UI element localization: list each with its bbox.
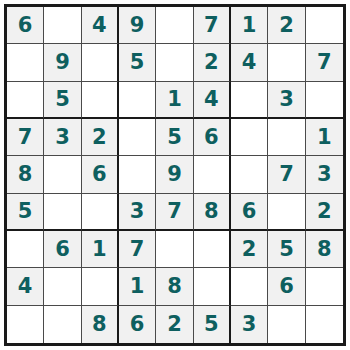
cell-r9c9[interactable] [306, 306, 343, 343]
cell-r3c5: 1 [156, 82, 193, 119]
cell-r8c9[interactable] [306, 268, 343, 305]
cell-r4c4[interactable] [119, 119, 156, 156]
cell-r3c4[interactable] [119, 82, 156, 119]
cell-r9c7: 3 [231, 306, 268, 343]
cell-r8c2[interactable] [44, 268, 81, 305]
cell-r3c3[interactable] [82, 82, 119, 119]
cell-r6c6: 8 [194, 194, 231, 231]
cell-r4c1: 7 [7, 119, 44, 156]
cell-r2c1[interactable] [7, 44, 44, 81]
cell-r8c7[interactable] [231, 268, 268, 305]
cell-r6c5: 7 [156, 194, 193, 231]
cell-r5c8: 7 [268, 156, 305, 193]
cell-r7c8: 5 [268, 231, 305, 268]
cell-r1c1: 6 [7, 7, 44, 44]
cell-r2c9: 7 [306, 44, 343, 81]
cell-r1c3: 4 [82, 7, 119, 44]
cell-r3c8: 3 [268, 82, 305, 119]
cell-r8c6[interactable] [194, 268, 231, 305]
cell-r2c8[interactable] [268, 44, 305, 81]
cell-r6c9: 2 [306, 194, 343, 231]
cell-r1c9[interactable] [306, 7, 343, 44]
cell-r7c2: 6 [44, 231, 81, 268]
cell-r3c9[interactable] [306, 82, 343, 119]
cell-r3c1[interactable] [7, 82, 44, 119]
cell-r3c2: 5 [44, 82, 81, 119]
cell-r4c6: 6 [194, 119, 231, 156]
cell-r2c2: 9 [44, 44, 81, 81]
cell-r4c3: 2 [82, 119, 119, 156]
cell-r5c2[interactable] [44, 156, 81, 193]
cell-r2c4: 5 [119, 44, 156, 81]
cell-r2c5[interactable] [156, 44, 193, 81]
cell-r7c5[interactable] [156, 231, 193, 268]
cell-r3c7[interactable] [231, 82, 268, 119]
cell-r6c4: 3 [119, 194, 156, 231]
cell-r8c5: 8 [156, 268, 193, 305]
cell-r6c2[interactable] [44, 194, 81, 231]
cell-r4c7[interactable] [231, 119, 268, 156]
cell-r7c7: 2 [231, 231, 268, 268]
cell-r9c4: 6 [119, 306, 156, 343]
cell-r2c3[interactable] [82, 44, 119, 81]
cell-r9c2[interactable] [44, 306, 81, 343]
cell-r9c6: 5 [194, 306, 231, 343]
cell-r6c1: 5 [7, 194, 44, 231]
cell-r3c6: 4 [194, 82, 231, 119]
cell-r2c6: 2 [194, 44, 231, 81]
cell-r8c4: 1 [119, 268, 156, 305]
cell-r4c9: 1 [306, 119, 343, 156]
cell-r1c4: 9 [119, 7, 156, 44]
cell-r7c9: 8 [306, 231, 343, 268]
cell-r5c6[interactable] [194, 156, 231, 193]
cell-r7c4: 7 [119, 231, 156, 268]
cell-r7c6[interactable] [194, 231, 231, 268]
cell-r9c5: 2 [156, 306, 193, 343]
cell-r7c3: 1 [82, 231, 119, 268]
cell-r2c7: 4 [231, 44, 268, 81]
cell-r9c3: 8 [82, 306, 119, 343]
cell-r1c5[interactable] [156, 7, 193, 44]
cell-r5c5: 9 [156, 156, 193, 193]
cell-r8c1: 4 [7, 268, 44, 305]
cell-r1c6: 7 [194, 7, 231, 44]
cell-r6c3[interactable] [82, 194, 119, 231]
cell-r4c2: 3 [44, 119, 81, 156]
cell-r4c8[interactable] [268, 119, 305, 156]
cell-r6c8[interactable] [268, 194, 305, 231]
cell-r4c5: 5 [156, 119, 193, 156]
cell-r5c3: 6 [82, 156, 119, 193]
cell-r1c7: 1 [231, 7, 268, 44]
cell-r1c2[interactable] [44, 7, 81, 44]
cell-r5c7[interactable] [231, 156, 268, 193]
cell-r9c1[interactable] [7, 306, 44, 343]
cell-r5c9: 3 [306, 156, 343, 193]
cell-r7c1[interactable] [7, 231, 44, 268]
cell-r6c7: 6 [231, 194, 268, 231]
cell-r5c4[interactable] [119, 156, 156, 193]
sudoku-board: 6497129524751437325618697353786261725841… [4, 4, 346, 346]
cell-r8c8: 6 [268, 268, 305, 305]
cell-r8c3[interactable] [82, 268, 119, 305]
cell-r5c1: 8 [7, 156, 44, 193]
cell-r9c8[interactable] [268, 306, 305, 343]
cell-r1c8: 2 [268, 7, 305, 44]
